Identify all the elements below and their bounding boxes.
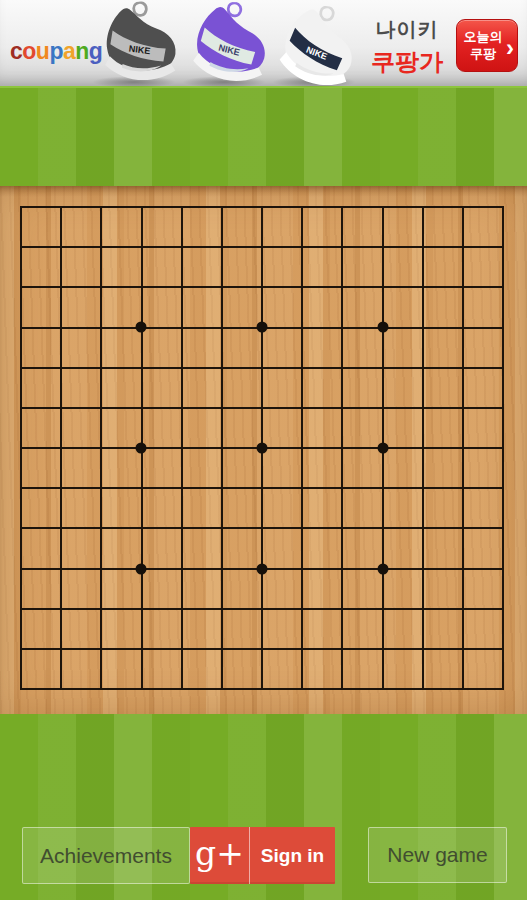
board-cell[interactable] <box>341 206 381 246</box>
board-cell[interactable] <box>100 286 140 326</box>
board-cell[interactable] <box>341 648 381 688</box>
board-cell[interactable] <box>181 487 221 527</box>
board-cell[interactable] <box>60 206 100 246</box>
board-cell[interactable] <box>60 447 100 487</box>
board-cell[interactable] <box>261 487 301 527</box>
board-cell[interactable] <box>382 246 422 286</box>
board-cell[interactable] <box>382 407 422 447</box>
board-cell[interactable] <box>20 447 60 487</box>
board-cell[interactable] <box>462 527 502 567</box>
board-cell[interactable] <box>261 206 301 246</box>
board-cell[interactable] <box>181 286 221 326</box>
board-cell[interactable] <box>100 568 140 608</box>
board-cell[interactable] <box>261 648 301 688</box>
board-cell[interactable] <box>301 286 341 326</box>
board-cell[interactable] <box>141 246 181 286</box>
board-cell[interactable] <box>301 568 341 608</box>
board-cell[interactable] <box>341 487 381 527</box>
logo-letter: u <box>36 38 50 64</box>
board-cell[interactable] <box>141 286 181 326</box>
board-cell[interactable] <box>141 527 181 567</box>
board-cell[interactable] <box>100 648 140 688</box>
signin-label: Sign in <box>250 827 335 884</box>
board-cell[interactable] <box>100 487 140 527</box>
ad-banner[interactable]: NIKE NIKE NIKE coupang 나이키 쿠팡가 오늘의 <box>0 0 527 88</box>
board-cell[interactable] <box>20 206 60 246</box>
board-cell[interactable] <box>382 327 422 367</box>
board-cell[interactable] <box>221 608 261 648</box>
board-cell[interactable] <box>60 487 100 527</box>
board-cell[interactable] <box>422 246 462 286</box>
board-cell[interactable] <box>301 206 341 246</box>
board-cell[interactable] <box>20 527 60 567</box>
board-cell[interactable] <box>60 367 100 407</box>
board-cell[interactable] <box>382 206 422 246</box>
board-cell[interactable] <box>141 648 181 688</box>
board-cell[interactable] <box>422 447 462 487</box>
board-cell[interactable] <box>60 608 100 648</box>
board-cell[interactable] <box>422 527 462 567</box>
board-cell[interactable] <box>422 206 462 246</box>
board-cell[interactable] <box>261 327 301 367</box>
board-cell[interactable] <box>382 527 422 567</box>
board-cell[interactable] <box>341 327 381 367</box>
board-cell[interactable] <box>301 527 341 567</box>
board-cell[interactable] <box>341 367 381 407</box>
board-cell[interactable] <box>261 286 301 326</box>
app-screen: NIKE NIKE NIKE coupang 나이키 쿠팡가 오늘의 <box>0 0 527 900</box>
board-cell[interactable] <box>181 648 221 688</box>
ad-cta-button[interactable]: 오늘의 쿠팡 › <box>456 19 518 72</box>
board-cell[interactable] <box>20 648 60 688</box>
logo-letter: a <box>63 38 75 64</box>
board-cell[interactable] <box>100 447 140 487</box>
board-cell[interactable] <box>221 487 261 527</box>
board-cell[interactable] <box>141 407 181 447</box>
board-cell[interactable] <box>462 487 502 527</box>
ad-headline-line2: 쿠팡가 <box>368 46 446 78</box>
board-cell[interactable] <box>141 367 181 407</box>
logo-letter: o <box>22 38 36 64</box>
board-cell[interactable] <box>422 327 462 367</box>
board-cell[interactable] <box>301 487 341 527</box>
board-cell[interactable] <box>100 367 140 407</box>
board-cell[interactable] <box>382 608 422 648</box>
board-cell[interactable] <box>462 407 502 447</box>
board-cell[interactable] <box>462 447 502 487</box>
board-cell[interactable] <box>100 608 140 648</box>
board-cell[interactable] <box>462 206 502 246</box>
board-cell[interactable] <box>20 327 60 367</box>
board-cell[interactable] <box>181 527 221 567</box>
board-cell[interactable] <box>181 407 221 447</box>
board-cell[interactable] <box>221 527 261 567</box>
board-cell[interactable] <box>341 608 381 648</box>
ad-headline-line1: 나이키 <box>368 16 446 43</box>
board-cell[interactable] <box>382 487 422 527</box>
board-cell[interactable] <box>261 608 301 648</box>
board-cell[interactable] <box>462 246 502 286</box>
board-cell[interactable] <box>221 286 261 326</box>
board-cell[interactable] <box>20 487 60 527</box>
board-cell[interactable] <box>181 367 221 407</box>
board-cell[interactable] <box>60 527 100 567</box>
board-cell[interactable] <box>20 568 60 608</box>
board-cell[interactable] <box>181 327 221 367</box>
board-cell[interactable] <box>341 447 381 487</box>
board-cell[interactable] <box>261 527 301 567</box>
board-cell[interactable] <box>382 367 422 407</box>
board-cell[interactable] <box>181 447 221 487</box>
board-cell[interactable] <box>261 407 301 447</box>
logo-letter: n <box>75 38 89 64</box>
board-cell[interactable] <box>382 286 422 326</box>
logo-letter: c <box>10 38 22 64</box>
board-cell[interactable] <box>221 367 261 407</box>
board-cell[interactable] <box>261 568 301 608</box>
board-cell[interactable] <box>422 367 462 407</box>
board-cell[interactable] <box>60 407 100 447</box>
board-cell[interactable] <box>261 246 301 286</box>
board-cell[interactable] <box>462 327 502 367</box>
board-cell[interactable] <box>100 527 140 567</box>
board-cell[interactable] <box>462 568 502 608</box>
board-cell[interactable] <box>341 527 381 567</box>
board-cell[interactable] <box>141 568 181 608</box>
board-cell[interactable] <box>221 327 261 367</box>
ad-cta-label: 오늘의 쿠팡 <box>461 28 505 62</box>
board-cell[interactable] <box>422 608 462 648</box>
coupang-logo: coupang <box>10 38 102 65</box>
board-cell[interactable] <box>20 407 60 447</box>
sneaker-white-navy-icon: NIKE <box>260 0 371 100</box>
board-cell[interactable] <box>221 648 261 688</box>
board-cell[interactable] <box>221 246 261 286</box>
achievements-button[interactable]: Achievements <box>22 827 190 884</box>
board-cell[interactable] <box>141 447 181 487</box>
board-cell[interactable] <box>462 648 502 688</box>
board-cell[interactable] <box>181 608 221 648</box>
board-cell[interactable] <box>141 608 181 648</box>
chevron-right-icon: › <box>506 34 514 62</box>
board-cell[interactable] <box>301 327 341 367</box>
board-cell[interactable] <box>301 608 341 648</box>
go-board <box>0 186 527 714</box>
new-game-button[interactable]: New game <box>368 827 507 883</box>
board-cell[interactable] <box>422 487 462 527</box>
board-cell[interactable] <box>141 206 181 246</box>
board-cell[interactable] <box>422 286 462 326</box>
board-cell[interactable] <box>341 568 381 608</box>
board-cell[interactable] <box>301 367 341 407</box>
board-cell[interactable] <box>100 407 140 447</box>
board-cell[interactable] <box>20 367 60 407</box>
board-cell[interactable] <box>100 206 140 246</box>
board-cell[interactable] <box>462 367 502 407</box>
board-cell[interactable] <box>301 407 341 447</box>
board-cell[interactable] <box>221 206 261 246</box>
board-cell[interactable] <box>60 246 100 286</box>
board-cell[interactable] <box>341 407 381 447</box>
board-cell[interactable] <box>382 568 422 608</box>
google-signin-button[interactable]: g+ Sign in <box>190 827 335 884</box>
board-cell[interactable] <box>141 327 181 367</box>
board-cell[interactable] <box>221 568 261 608</box>
board-cell[interactable] <box>60 648 100 688</box>
board-cell[interactable] <box>422 568 462 608</box>
board-cell[interactable] <box>221 407 261 447</box>
board-cell[interactable] <box>422 407 462 447</box>
logo-letter: p <box>49 38 63 64</box>
board-cell[interactable] <box>141 487 181 527</box>
board-cell[interactable] <box>100 327 140 367</box>
board-cell[interactable] <box>60 286 100 326</box>
board-cell[interactable] <box>301 447 341 487</box>
board-cell[interactable] <box>341 246 381 286</box>
board-cell[interactable] <box>261 447 301 487</box>
board-cell[interactable] <box>462 286 502 326</box>
board-cell[interactable] <box>382 447 422 487</box>
ad-headline: 나이키 쿠팡가 <box>368 16 446 78</box>
board-grid[interactable] <box>20 206 504 690</box>
board-cell[interactable] <box>100 246 140 286</box>
board-cell[interactable] <box>20 608 60 648</box>
board-cell[interactable] <box>181 568 221 608</box>
board-cell[interactable] <box>341 286 381 326</box>
board-cell[interactable] <box>181 206 221 246</box>
board-cell[interactable] <box>261 367 301 407</box>
board-cell[interactable] <box>301 648 341 688</box>
board-cell[interactable] <box>422 648 462 688</box>
board-cell[interactable] <box>60 568 100 608</box>
board-cell[interactable] <box>60 327 100 367</box>
board-cell[interactable] <box>20 246 60 286</box>
board-cell[interactable] <box>301 246 341 286</box>
board-cell[interactable] <box>181 246 221 286</box>
board-cell[interactable] <box>221 447 261 487</box>
google-plus-icon: g+ <box>190 827 249 884</box>
logo-letter: g <box>89 38 103 64</box>
board-cell[interactable] <box>462 608 502 648</box>
board-cell[interactable] <box>20 286 60 326</box>
board-cell[interactable] <box>382 648 422 688</box>
